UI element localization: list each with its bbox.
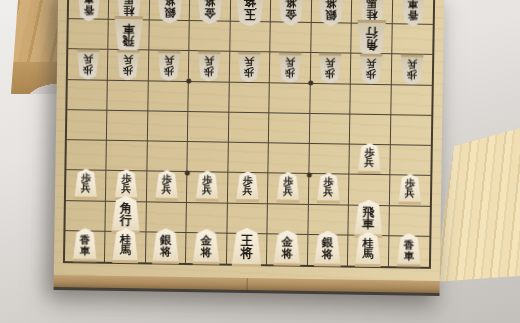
shogi-scene: 香車桂馬銀将金将玉将金将銀将桂馬香車飛車角行歩兵歩兵歩兵歩兵歩兵歩兵歩兵歩兵歩兵… xyxy=(0,0,520,323)
piece-kanji: 将 xyxy=(244,0,257,7)
piece-kanji: 兵 xyxy=(204,56,214,66)
piece-sente-gold[interactable]: 金将 xyxy=(273,230,302,266)
piece-kanji: 兵 xyxy=(162,185,172,195)
piece-kanji: 歩 xyxy=(366,69,376,79)
square-6i[interactable]: 金将 xyxy=(186,233,227,264)
piece-kanji: 車 xyxy=(83,0,94,4)
square-3d[interactable] xyxy=(310,84,351,115)
piece-kanji: 将 xyxy=(164,0,176,5)
star-point xyxy=(186,79,191,84)
square-5i[interactable]: 王将 xyxy=(227,233,268,264)
square-6d[interactable] xyxy=(189,82,230,113)
square-4g[interactable]: 歩兵 xyxy=(268,174,309,205)
piece-kanji: 兵 xyxy=(285,57,295,67)
piece-kanji: 将 xyxy=(285,0,297,7)
square-8c[interactable]: 歩兵 xyxy=(108,50,149,81)
square-7f[interactable] xyxy=(147,142,188,173)
square-3b[interactable] xyxy=(311,23,352,54)
square-4a[interactable]: 金将 xyxy=(271,0,312,23)
piece-gote-pawn[interactable]: 歩兵 xyxy=(116,49,140,80)
square-3f[interactable] xyxy=(309,144,350,175)
square-6f[interactable] xyxy=(188,142,229,173)
star-point xyxy=(309,80,314,85)
square-1f[interactable] xyxy=(390,145,431,176)
square-9e[interactable] xyxy=(67,110,108,141)
square-1d[interactable] xyxy=(391,85,432,116)
square-5a[interactable]: 玉将 xyxy=(231,0,272,23)
piece-kanji: 香 xyxy=(407,9,418,20)
square-5c[interactable]: 歩兵 xyxy=(230,52,271,83)
piece-kanji: 車 xyxy=(362,218,374,230)
square-1i[interactable]: 香車 xyxy=(388,236,429,267)
square-4c[interactable]: 歩兵 xyxy=(270,53,311,84)
square-5d[interactable] xyxy=(229,82,270,113)
square-8d[interactable] xyxy=(108,80,149,111)
piece-gote-pawn[interactable]: 歩兵 xyxy=(237,51,261,82)
piece-kanji: 兵 xyxy=(123,55,133,65)
square-2i[interactable]: 桂馬 xyxy=(348,235,389,266)
piece-kanji: 馬 xyxy=(120,245,131,256)
piece-kanji: 兵 xyxy=(407,59,417,69)
square-6h[interactable] xyxy=(187,203,228,234)
square-9d[interactable] xyxy=(67,80,108,111)
square-9f[interactable] xyxy=(66,140,107,171)
piece-sente-pawn[interactable]: 歩兵 xyxy=(357,143,381,174)
board-grid: 香車桂馬銀将金将玉将金将銀将桂馬香車飛車角行歩兵歩兵歩兵歩兵歩兵歩兵歩兵歩兵歩兵… xyxy=(63,0,435,269)
piece-gote-pawn[interactable]: 歩兵 xyxy=(278,52,302,83)
piece-gote-pawn[interactable]: 歩兵 xyxy=(400,54,424,85)
square-2e[interactable] xyxy=(350,114,391,145)
piece-sente-pawn[interactable]: 歩兵 xyxy=(276,172,300,203)
piece-kanji: 兵 xyxy=(164,56,174,66)
square-3e[interactable] xyxy=(309,114,350,145)
piece-kanji: 歩 xyxy=(163,66,173,76)
piece-kanji: 将 xyxy=(204,0,216,6)
piece-gote-pawn[interactable]: 歩兵 xyxy=(197,51,221,82)
piece-kanji: 兵 xyxy=(405,189,415,199)
piece-kanji: 馬 xyxy=(124,0,135,5)
square-8b[interactable]: 飛車 xyxy=(109,20,150,51)
piece-gote-bishop[interactable]: 角行 xyxy=(356,20,387,58)
star-point xyxy=(184,170,189,175)
piece-kanji: 桂 xyxy=(120,234,131,245)
square-3a[interactable]: 銀将 xyxy=(311,0,352,24)
piece-kanji: 歩 xyxy=(285,68,295,78)
square-1a[interactable]: 香車 xyxy=(392,0,433,25)
square-4e[interactable] xyxy=(269,113,310,144)
square-3c[interactable]: 歩兵 xyxy=(310,53,351,84)
square-7h[interactable] xyxy=(146,202,187,233)
piece-kanji: 兵 xyxy=(202,186,212,196)
piece-sente-knight[interactable]: 桂馬 xyxy=(354,232,382,267)
piece-kanji: 車 xyxy=(407,0,418,9)
square-5f[interactable] xyxy=(228,143,269,174)
piece-sente-king[interactable]: 王将 xyxy=(231,228,263,267)
piece-sente-knight[interactable]: 桂馬 xyxy=(112,228,140,263)
piece-kanji: 歩 xyxy=(325,68,335,78)
piece-sente-pawn[interactable]: 歩兵 xyxy=(114,169,138,200)
piece-kanji: 歩 xyxy=(83,64,93,74)
piece-kanji: 歩 xyxy=(123,65,133,75)
piece-kanji: 車 xyxy=(404,250,415,261)
square-9g[interactable]: 歩兵 xyxy=(66,170,107,201)
square-9a[interactable]: 香車 xyxy=(69,0,110,20)
piece-sente-pawn[interactable]: 歩兵 xyxy=(316,172,340,203)
square-8f[interactable] xyxy=(107,141,148,172)
square-2f[interactable]: 歩兵 xyxy=(349,145,390,176)
square-5g[interactable]: 歩兵 xyxy=(228,173,269,204)
square-7g[interactable]: 歩兵 xyxy=(147,172,188,203)
piece-kanji: 車 xyxy=(123,23,135,35)
piece-kanji: 歩 xyxy=(244,67,254,77)
piece-kanji: 行 xyxy=(120,215,132,227)
piece-sente-pawn[interactable]: 歩兵 xyxy=(235,171,259,202)
square-3i[interactable]: 銀将 xyxy=(308,235,349,266)
piece-sente-pawn[interactable]: 歩兵 xyxy=(155,170,179,201)
piece-sente-pawn[interactable]: 歩兵 xyxy=(74,168,98,199)
piece-kanji: 馬 xyxy=(362,249,373,260)
square-6g[interactable]: 歩兵 xyxy=(187,172,228,203)
square-7i[interactable]: 銀将 xyxy=(146,232,187,263)
piece-kanji: 兵 xyxy=(242,187,252,197)
piece-gote-lance[interactable]: 香車 xyxy=(400,0,426,26)
square-2b[interactable]: 角行 xyxy=(351,24,392,55)
piece-kanji: 兵 xyxy=(323,188,333,198)
piece-kanji: 歩 xyxy=(407,70,417,80)
square-4i[interactable]: 金将 xyxy=(267,234,308,265)
square-7e[interactable] xyxy=(148,111,189,142)
piece-kanji: 兵 xyxy=(121,185,131,195)
piece-kanji: 歩 xyxy=(204,66,214,76)
piece-kanji: 兵 xyxy=(364,158,374,168)
square-6b[interactable] xyxy=(190,21,231,52)
square-4b[interactable] xyxy=(270,23,311,54)
piece-sente-silver[interactable]: 銀将 xyxy=(313,230,342,266)
square-7d[interactable] xyxy=(148,81,189,112)
square-4d[interactable] xyxy=(270,83,311,114)
piece-gote-gold[interactable]: 金将 xyxy=(277,0,306,25)
square-3h[interactable] xyxy=(308,204,349,235)
square-6e[interactable] xyxy=(188,112,229,143)
square-8e[interactable] xyxy=(107,111,148,142)
wood-block-right xyxy=(430,126,520,282)
piece-kanji: 将 xyxy=(240,247,253,260)
square-9h[interactable] xyxy=(65,201,106,232)
piece-kanji: 兵 xyxy=(283,187,293,197)
piece-kanji: 行 xyxy=(365,26,377,38)
piece-kanji: 兵 xyxy=(245,57,255,67)
piece-kanji: 兵 xyxy=(366,59,376,69)
piece-kanji: 馬 xyxy=(366,0,377,9)
piece-kanji: 角 xyxy=(365,39,377,51)
square-8h[interactable]: 角行 xyxy=(106,201,147,232)
piece-kanji: 車 xyxy=(80,245,91,256)
square-2c[interactable]: 歩兵 xyxy=(351,54,392,85)
square-1h[interactable] xyxy=(389,206,430,237)
piece-kanji: 香 xyxy=(83,4,94,15)
piece-kanji: 将 xyxy=(326,0,338,8)
piece-sente-lance[interactable]: 香車 xyxy=(72,228,98,262)
square-3g[interactable]: 歩兵 xyxy=(309,174,350,205)
square-4f[interactable] xyxy=(269,143,310,174)
piece-gote-pawn[interactable]: 歩兵 xyxy=(76,49,100,80)
square-1g[interactable]: 歩兵 xyxy=(389,176,430,207)
piece-sente-pawn[interactable]: 歩兵 xyxy=(398,174,422,205)
piece-gote-pawn[interactable]: 歩兵 xyxy=(359,53,383,84)
piece-gote-pawn[interactable]: 歩兵 xyxy=(318,53,342,84)
piece-sente-lance[interactable]: 香車 xyxy=(396,233,422,267)
piece-sente-gold[interactable]: 金将 xyxy=(192,229,221,265)
piece-kanji: 将 xyxy=(200,247,212,259)
piece-kanji: 兵 xyxy=(325,58,335,68)
square-1e[interactable] xyxy=(390,115,431,146)
square-6a[interactable]: 金将 xyxy=(190,0,231,22)
piece-kanji: 将 xyxy=(160,246,172,258)
square-1c[interactable]: 歩兵 xyxy=(391,55,432,86)
piece-sente-pawn[interactable]: 歩兵 xyxy=(195,170,219,201)
square-4h[interactable] xyxy=(268,204,309,235)
square-7a[interactable]: 銀将 xyxy=(150,0,191,21)
piece-kanji: 将 xyxy=(322,249,334,261)
square-9b[interactable] xyxy=(68,19,109,50)
shogi-board: 香車桂馬銀将金将玉将金将銀将桂馬香車飛車角行歩兵歩兵歩兵歩兵歩兵歩兵歩兵歩兵歩兵… xyxy=(54,0,445,281)
square-5b[interactable] xyxy=(230,22,271,53)
square-6c[interactable]: 歩兵 xyxy=(189,51,230,82)
square-8i[interactable]: 桂馬 xyxy=(105,232,146,263)
piece-kanji: 桂 xyxy=(363,238,374,249)
piece-gote-pawn[interactable]: 歩兵 xyxy=(156,50,180,81)
square-9i[interactable]: 香車 xyxy=(65,231,106,262)
square-7b[interactable] xyxy=(149,21,190,52)
piece-sente-silver[interactable]: 銀将 xyxy=(152,228,181,264)
piece-gote-silver[interactable]: 銀将 xyxy=(317,0,346,26)
piece-gote-lance[interactable]: 香車 xyxy=(76,0,102,21)
square-7c[interactable]: 歩兵 xyxy=(149,51,190,82)
square-9c[interactable]: 歩兵 xyxy=(68,50,109,81)
square-2h[interactable]: 飛車 xyxy=(349,205,390,236)
piece-kanji: 兵 xyxy=(81,184,91,194)
piece-kanji: 桂 xyxy=(366,8,377,19)
square-2d[interactable] xyxy=(350,84,391,115)
piece-kanji: 飛 xyxy=(122,35,134,47)
star-point xyxy=(307,172,312,177)
piece-kanji: 兵 xyxy=(83,54,93,64)
board-front-edge xyxy=(54,275,440,296)
piece-kanji: 将 xyxy=(281,248,293,260)
piece-gote-rook[interactable]: 飛車 xyxy=(113,16,144,54)
piece-kanji: 桂 xyxy=(123,5,134,16)
square-5e[interactable] xyxy=(229,113,270,144)
square-1b[interactable] xyxy=(392,24,433,55)
